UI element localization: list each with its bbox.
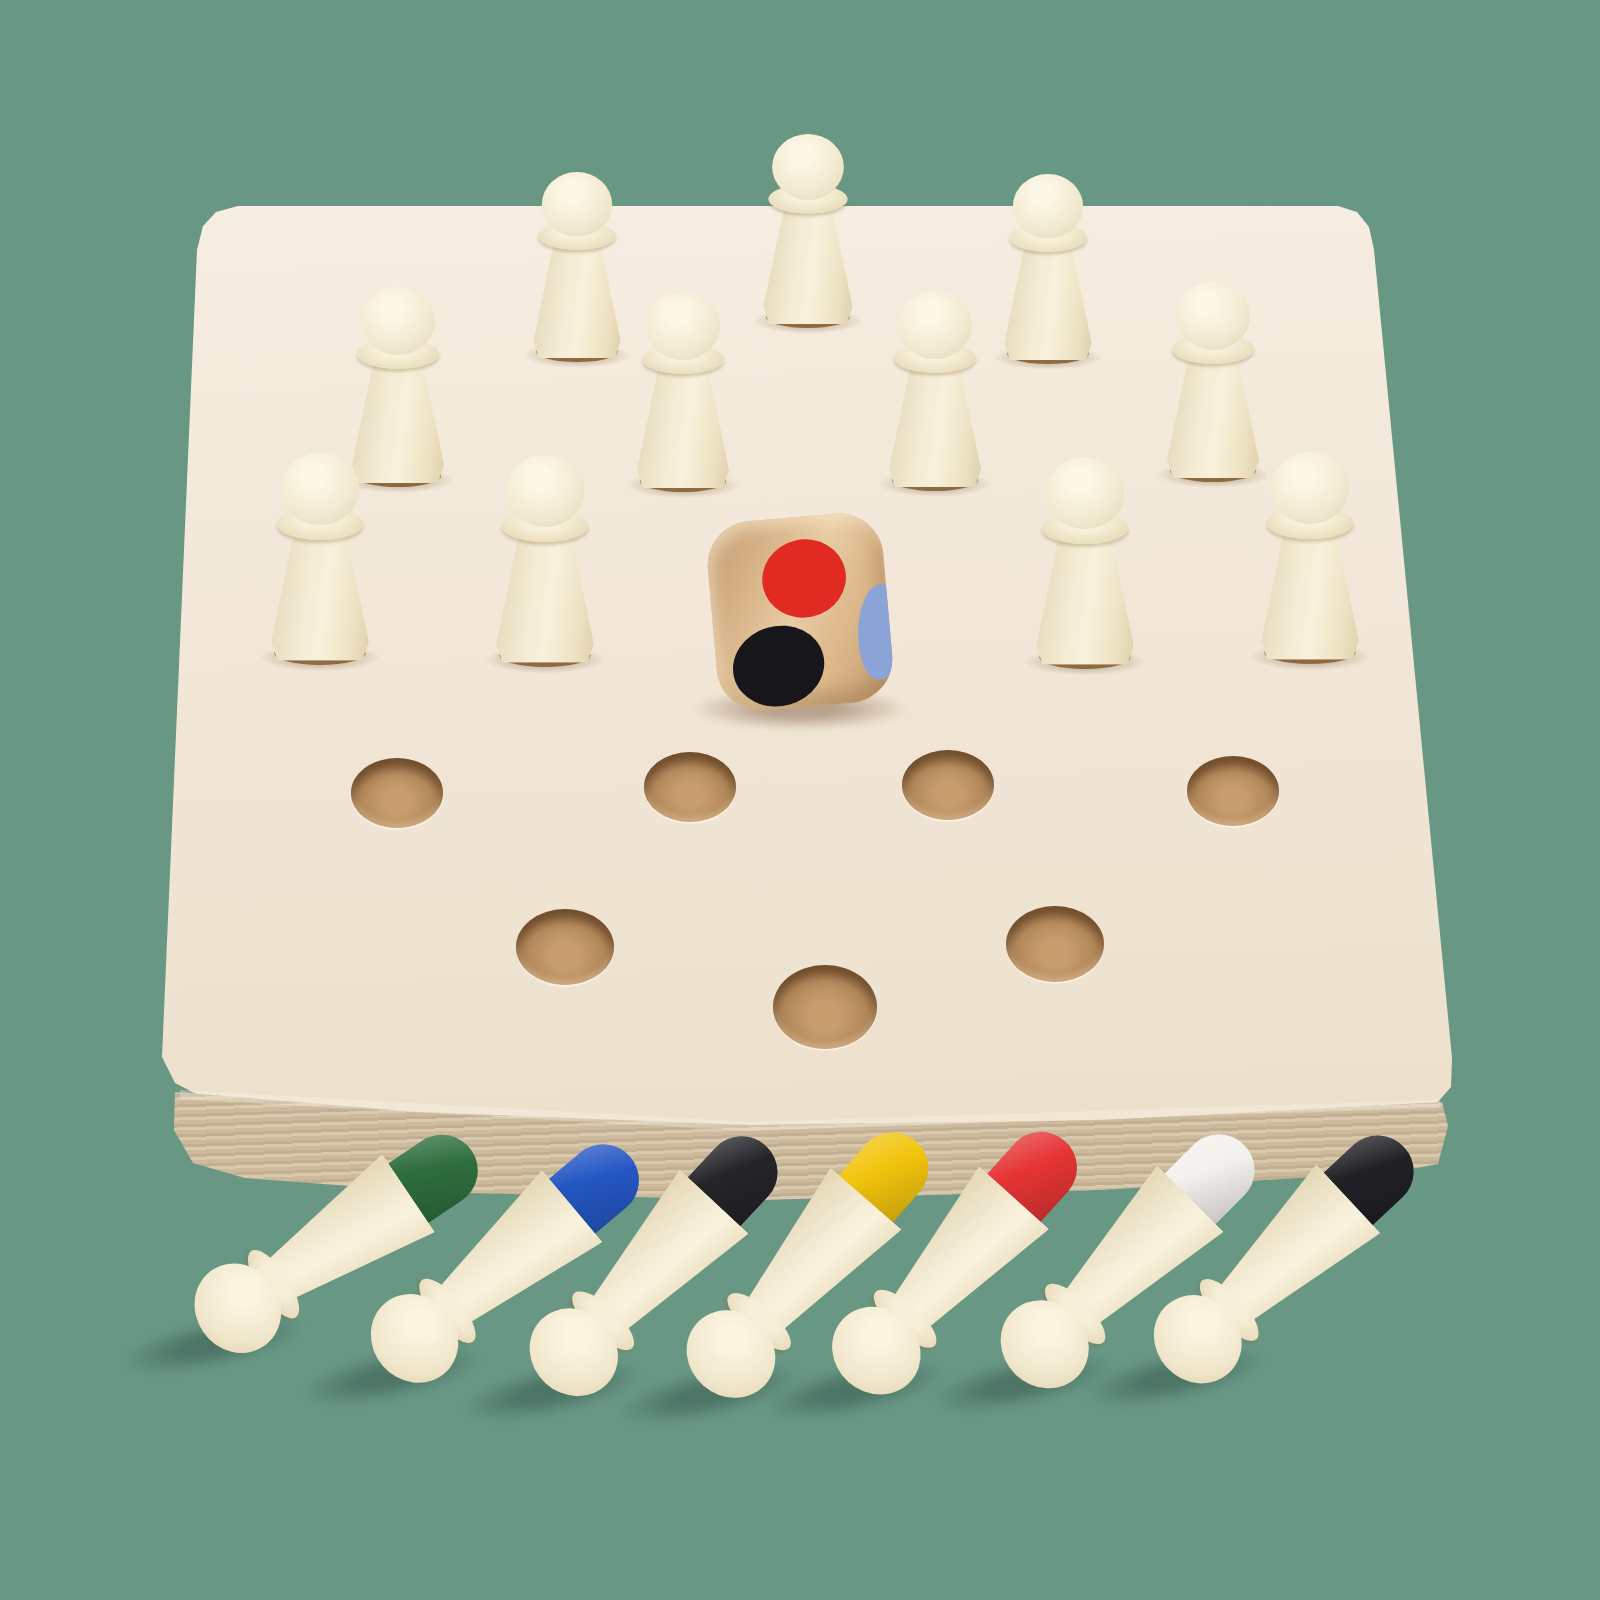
- peg-body: [1032, 529, 1138, 665]
- standing-peg-row2-7[interactable]: [1163, 282, 1263, 482]
- peg-body: [1163, 350, 1263, 478]
- peg-body: [1001, 239, 1096, 361]
- peg-body: [885, 359, 985, 487]
- peg-body: [492, 527, 598, 663]
- standing-peg-row3-8[interactable]: [267, 453, 373, 665]
- board-hole-6[interactable]: [1006, 906, 1104, 982]
- peg-head: [1013, 174, 1083, 239]
- peg-head: [1176, 282, 1250, 350]
- peg-head: [281, 453, 359, 525]
- board-hole-1[interactable]: [351, 758, 443, 828]
- die-front-black-dot: [724, 616, 834, 715]
- die-top-red-dot: [754, 531, 853, 626]
- standing-peg-row1-1[interactable]: [530, 172, 625, 362]
- peg-head: [361, 287, 435, 355]
- board-hole-4[interactable]: [1187, 756, 1279, 826]
- standing-peg-row1-3[interactable]: [1001, 174, 1096, 364]
- standing-peg-row3-11[interactable]: [1257, 452, 1363, 664]
- peg-head: [1046, 457, 1124, 529]
- peg-body: [267, 525, 373, 661]
- standing-peg-row1-2[interactable]: [760, 134, 857, 328]
- peg-head: [1271, 452, 1349, 524]
- board-hole-2[interactable]: [644, 752, 736, 822]
- standing-peg-row2-5[interactable]: [633, 292, 733, 492]
- color-die[interactable]: [704, 510, 896, 715]
- board-hole-7[interactable]: [773, 965, 877, 1049]
- scene: [0, 0, 1600, 1600]
- die-body: [704, 510, 896, 715]
- peg-head: [898, 291, 972, 359]
- board-hole-3[interactable]: [902, 750, 994, 820]
- peg-head: [542, 172, 612, 237]
- standing-peg-row3-10[interactable]: [1032, 457, 1138, 669]
- peg-body: [633, 360, 733, 488]
- standing-peg-row2-6[interactable]: [885, 291, 985, 491]
- peg-head: [772, 134, 844, 200]
- peg-body: [530, 237, 625, 359]
- board-hole-5[interactable]: [516, 909, 614, 985]
- peg-body: [760, 200, 857, 324]
- peg-head: [646, 292, 720, 360]
- standing-peg-row3-9[interactable]: [492, 455, 598, 667]
- peg-body: [1257, 524, 1363, 660]
- peg-head: [506, 455, 584, 527]
